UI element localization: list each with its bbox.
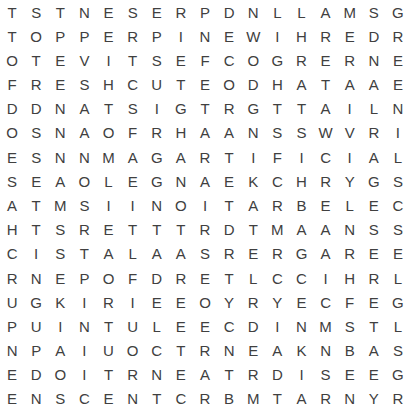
cell-r15c5[interactable]: U <box>96 338 120 362</box>
cell-r4c16[interactable]: A <box>362 73 386 97</box>
cell-r9c8[interactable]: O <box>169 193 193 217</box>
cell-r6c4[interactable]: A <box>72 121 96 145</box>
cell-r15c17[interactable]: S <box>386 338 410 362</box>
cell-r15c16[interactable]: A <box>362 338 386 362</box>
cell-r16c8[interactable]: E <box>169 363 193 387</box>
cell-r17c5[interactable]: E <box>96 387 120 411</box>
cell-r4c14[interactable]: T <box>314 73 338 97</box>
cell-r5c15[interactable]: I <box>338 97 362 121</box>
cell-r14c4[interactable]: N <box>72 314 96 338</box>
cell-r7c17[interactable]: L <box>386 145 410 169</box>
cell-r14c14[interactable]: M <box>314 314 338 338</box>
cell-r13c11[interactable]: R <box>241 290 265 314</box>
cell-r8c17[interactable]: S <box>386 169 410 193</box>
cell-r7c1[interactable]: E <box>0 145 24 169</box>
cell-r14c10[interactable]: C <box>217 314 241 338</box>
cell-r3c6[interactable]: T <box>121 48 145 72</box>
cell-r2c3[interactable]: P <box>48 24 72 48</box>
cell-r2c16[interactable]: D <box>362 24 386 48</box>
cell-r15c4[interactable]: I <box>72 338 96 362</box>
cell-r5c16[interactable]: L <box>362 97 386 121</box>
cell-r14c8[interactable]: E <box>169 314 193 338</box>
cell-r2c1[interactable]: T <box>0 24 24 48</box>
cell-r6c8[interactable]: H <box>169 121 193 145</box>
cell-r1c1[interactable]: T <box>0 0 24 24</box>
cell-r3c14[interactable]: E <box>314 48 338 72</box>
cell-r8c2[interactable]: E <box>24 169 48 193</box>
cell-r2c2[interactable]: O <box>24 24 48 48</box>
cell-r14c5[interactable]: T <box>96 314 120 338</box>
cell-r5c5[interactable]: T <box>96 97 120 121</box>
cell-r10c8[interactable]: T <box>169 218 193 242</box>
cell-r6c11[interactable]: N <box>241 121 265 145</box>
cell-r5c4[interactable]: A <box>72 97 96 121</box>
cell-r8c3[interactable]: A <box>48 169 72 193</box>
cell-r3c9[interactable]: F <box>193 48 217 72</box>
cell-r9c9[interactable]: I <box>193 193 217 217</box>
cell-r6c15[interactable]: V <box>338 121 362 145</box>
cell-r14c7[interactable]: L <box>145 314 169 338</box>
cell-r2c10[interactable]: E <box>217 24 241 48</box>
cell-r11c2[interactable]: I <box>24 242 48 266</box>
cell-r11c4[interactable]: T <box>72 242 96 266</box>
cell-r13c12[interactable]: Y <box>265 290 289 314</box>
cell-r14c3[interactable]: I <box>48 314 72 338</box>
cell-r9c5[interactable]: I <box>96 193 120 217</box>
cell-r6c7[interactable]: R <box>145 121 169 145</box>
cell-r5c12[interactable]: T <box>265 97 289 121</box>
cell-r12c8[interactable]: R <box>169 266 193 290</box>
cell-r4c15[interactable]: A <box>338 73 362 97</box>
cell-r6c13[interactable]: S <box>289 121 313 145</box>
cell-r5c7[interactable]: I <box>145 97 169 121</box>
cell-r6c17[interactable]: I <box>386 121 410 145</box>
cell-r1c14[interactable]: A <box>314 0 338 24</box>
cell-r13c14[interactable]: C <box>314 290 338 314</box>
cell-r12c2[interactable]: N <box>24 266 48 290</box>
cell-r3c13[interactable]: R <box>289 48 313 72</box>
cell-r4c13[interactable]: A <box>289 73 313 97</box>
cell-r3c12[interactable]: G <box>265 48 289 72</box>
cell-r15c3[interactable]: A <box>48 338 72 362</box>
cell-r13c5[interactable]: R <box>96 290 120 314</box>
cell-r11c16[interactable]: E <box>362 242 386 266</box>
cell-r11c7[interactable]: A <box>145 242 169 266</box>
cell-r12c16[interactable]: R <box>362 266 386 290</box>
cell-r7c15[interactable]: I <box>338 145 362 169</box>
cell-r6c2[interactable]: S <box>24 121 48 145</box>
cell-r12c7[interactable]: D <box>145 266 169 290</box>
cell-r5c6[interactable]: S <box>121 97 145 121</box>
cell-r16c13[interactable]: I <box>289 363 313 387</box>
cell-r15c2[interactable]: P <box>24 338 48 362</box>
cell-r17c17[interactable]: R <box>386 387 410 411</box>
cell-r2c9[interactable]: N <box>193 24 217 48</box>
cell-r5c11[interactable]: G <box>241 97 265 121</box>
cell-r16c3[interactable]: O <box>48 363 72 387</box>
cell-r8c11[interactable]: K <box>241 169 265 193</box>
cell-r5c9[interactable]: T <box>193 97 217 121</box>
cell-r3c8[interactable]: E <box>169 48 193 72</box>
cell-r12c6[interactable]: F <box>121 266 145 290</box>
cell-r1c2[interactable]: S <box>24 0 48 24</box>
cell-r12c9[interactable]: E <box>193 266 217 290</box>
cell-r5c1[interactable]: D <box>0 97 24 121</box>
cell-r9c4[interactable]: S <box>72 193 96 217</box>
cell-r12c11[interactable]: L <box>241 266 265 290</box>
cell-r17c12[interactable]: T <box>265 387 289 411</box>
cell-r16c12[interactable]: D <box>265 363 289 387</box>
cell-r9c12[interactable]: R <box>265 193 289 217</box>
cell-r16c2[interactable]: D <box>24 363 48 387</box>
cell-r17c4[interactable]: C <box>72 387 96 411</box>
cell-r17c6[interactable]: N <box>121 387 145 411</box>
cell-r5c14[interactable]: A <box>314 97 338 121</box>
cell-r16c6[interactable]: R <box>121 363 145 387</box>
cell-r10c7[interactable]: T <box>145 218 169 242</box>
cell-r9c7[interactable]: N <box>145 193 169 217</box>
cell-r5c10[interactable]: R <box>217 97 241 121</box>
cell-r12c4[interactable]: P <box>72 266 96 290</box>
cell-r3c10[interactable]: C <box>217 48 241 72</box>
cell-r3c4[interactable]: V <box>72 48 96 72</box>
cell-r7c12[interactable]: F <box>265 145 289 169</box>
cell-r13c16[interactable]: E <box>362 290 386 314</box>
cell-r12c17[interactable]: L <box>386 266 410 290</box>
word-search-grid: TSTNESERPDNLLAMSGTOPPERPINEWIHREDROTEVIT… <box>0 0 410 411</box>
cell-r10c4[interactable]: R <box>72 218 96 242</box>
cell-r12c13[interactable]: C <box>289 266 313 290</box>
cell-r9c10[interactable]: T <box>217 193 241 217</box>
cell-r8c12[interactable]: C <box>265 169 289 193</box>
cell-r13c4[interactable]: I <box>72 290 96 314</box>
cell-r16c9[interactable]: A <box>193 363 217 387</box>
cell-r1c3[interactable]: T <box>48 0 72 24</box>
cell-r16c11[interactable]: R <box>241 363 265 387</box>
cell-r12c5[interactable]: O <box>96 266 120 290</box>
cell-r17c3[interactable]: S <box>48 387 72 411</box>
cell-r14c13[interactable]: N <box>289 314 313 338</box>
cell-r17c9[interactable]: R <box>193 387 217 411</box>
cell-r16c1[interactable]: E <box>0 363 24 387</box>
cell-r16c5[interactable]: T <box>96 363 120 387</box>
cell-r3c7[interactable]: S <box>145 48 169 72</box>
cell-r7c14[interactable]: C <box>314 145 338 169</box>
cell-r9c6[interactable]: I <box>121 193 145 217</box>
cell-r17c10[interactable]: B <box>217 387 241 411</box>
cell-r17c16[interactable]: Y <box>362 387 386 411</box>
cell-r1c4[interactable]: N <box>72 0 96 24</box>
cell-r7c7[interactable]: G <box>145 145 169 169</box>
cell-r17c2[interactable]: N <box>24 387 48 411</box>
cell-r6c12[interactable]: S <box>265 121 289 145</box>
cell-r2c17[interactable]: R <box>386 24 410 48</box>
cell-r16c4[interactable]: I <box>72 363 96 387</box>
cell-r3c5[interactable]: I <box>96 48 120 72</box>
cell-r4c4[interactable]: S <box>72 73 96 97</box>
cell-r8c8[interactable]: N <box>169 169 193 193</box>
cell-r14c9[interactable]: E <box>193 314 217 338</box>
cell-r13c15[interactable]: F <box>338 290 362 314</box>
cell-r16c17[interactable]: G <box>386 363 410 387</box>
cell-r1c7[interactable]: E <box>145 0 169 24</box>
cell-r16c14[interactable]: S <box>314 363 338 387</box>
cell-r3c11[interactable]: O <box>241 48 265 72</box>
cell-r16c16[interactable]: E <box>362 363 386 387</box>
cell-r15c1[interactable]: N <box>0 338 24 362</box>
cell-r6c14[interactable]: W <box>314 121 338 145</box>
cell-r9c15[interactable]: L <box>338 193 362 217</box>
cell-r10c6[interactable]: T <box>121 218 145 242</box>
cell-r15c13[interactable]: K <box>289 338 313 362</box>
cell-r15c9[interactable]: R <box>193 338 217 362</box>
cell-r14c6[interactable]: U <box>121 314 145 338</box>
cell-r16c10[interactable]: T <box>217 363 241 387</box>
cell-r15c12[interactable]: A <box>265 338 289 362</box>
cell-r11c15[interactable]: R <box>338 242 362 266</box>
cell-r11c3[interactable]: S <box>48 242 72 266</box>
cell-r15c6[interactable]: O <box>121 338 145 362</box>
cell-r1c11[interactable]: N <box>241 0 265 24</box>
cell-r7c6[interactable]: A <box>121 145 145 169</box>
cell-r7c2[interactable]: S <box>24 145 48 169</box>
cell-r15c15[interactable]: B <box>338 338 362 362</box>
cell-r2c12[interactable]: I <box>265 24 289 48</box>
cell-r10c9[interactable]: R <box>193 218 217 242</box>
cell-r6c10[interactable]: A <box>217 121 241 145</box>
cell-r4c9[interactable]: E <box>193 73 217 97</box>
cell-r12c3[interactable]: E <box>48 266 72 290</box>
cell-r5c13[interactable]: T <box>289 97 313 121</box>
cell-r2c15[interactable]: E <box>338 24 362 48</box>
cell-r12c1[interactable]: R <box>0 266 24 290</box>
cell-r2c8[interactable]: I <box>169 24 193 48</box>
cell-r4c7[interactable]: U <box>145 73 169 97</box>
cell-r9c17[interactable]: C <box>386 193 410 217</box>
cell-r11c14[interactable]: A <box>314 242 338 266</box>
cell-r8c14[interactable]: R <box>314 169 338 193</box>
cell-r9c3[interactable]: M <box>48 193 72 217</box>
cell-r1c13[interactable]: L <box>289 0 313 24</box>
cell-r14c1[interactable]: P <box>0 314 24 338</box>
cell-r1c17[interactable]: G <box>386 0 410 24</box>
cell-r8c13[interactable]: H <box>289 169 313 193</box>
cell-r3c1[interactable]: O <box>0 48 24 72</box>
cell-r13c6[interactable]: I <box>121 290 145 314</box>
cell-r7c9[interactable]: R <box>193 145 217 169</box>
cell-r1c5[interactable]: E <box>96 0 120 24</box>
cell-r1c15[interactable]: M <box>338 0 362 24</box>
cell-r2c14[interactable]: R <box>314 24 338 48</box>
cell-r13c7[interactable]: E <box>145 290 169 314</box>
cell-r14c11[interactable]: D <box>241 314 265 338</box>
cell-r16c15[interactable]: E <box>338 363 362 387</box>
cell-r1c9[interactable]: P <box>193 0 217 24</box>
cell-r13c9[interactable]: O <box>193 290 217 314</box>
cell-r11c17[interactable]: E <box>386 242 410 266</box>
cell-r2c4[interactable]: P <box>72 24 96 48</box>
cell-r7c11[interactable]: I <box>241 145 265 169</box>
cell-r17c1[interactable]: E <box>0 387 24 411</box>
cell-r10c12[interactable]: M <box>265 218 289 242</box>
cell-r8c16[interactable]: G <box>362 169 386 193</box>
cell-r17c15[interactable]: N <box>338 387 362 411</box>
cell-r4c1[interactable]: F <box>0 73 24 97</box>
cell-r1c8[interactable]: R <box>169 0 193 24</box>
cell-r6c5[interactable]: O <box>96 121 120 145</box>
cell-r8c7[interactable]: G <box>145 169 169 193</box>
cell-r5c2[interactable]: D <box>24 97 48 121</box>
cell-r13c13[interactable]: E <box>289 290 313 314</box>
cell-r11c11[interactable]: E <box>241 242 265 266</box>
cell-r6c9[interactable]: A <box>193 121 217 145</box>
cell-r8c5[interactable]: L <box>96 169 120 193</box>
cell-r7c8[interactable]: A <box>169 145 193 169</box>
cell-r2c6[interactable]: R <box>121 24 145 48</box>
cell-r3c2[interactable]: T <box>24 48 48 72</box>
cell-r17c8[interactable]: C <box>169 387 193 411</box>
cell-r9c1[interactable]: A <box>0 193 24 217</box>
cell-r10c16[interactable]: S <box>362 218 386 242</box>
cell-r4c11[interactable]: D <box>241 73 265 97</box>
cell-r4c2[interactable]: R <box>24 73 48 97</box>
cell-r10c11[interactable]: T <box>241 218 265 242</box>
cell-r4c10[interactable]: O <box>217 73 241 97</box>
cell-r6c1[interactable]: O <box>0 121 24 145</box>
cell-r4c12[interactable]: H <box>265 73 289 97</box>
cell-r1c6[interactable]: S <box>121 0 145 24</box>
cell-r13c17[interactable]: G <box>386 290 410 314</box>
cell-r13c10[interactable]: Y <box>217 290 241 314</box>
cell-r10c10[interactable]: D <box>217 218 241 242</box>
cell-r1c10[interactable]: D <box>217 0 241 24</box>
cell-r17c11[interactable]: M <box>241 387 265 411</box>
cell-r5c17[interactable]: N <box>386 97 410 121</box>
cell-r14c15[interactable]: S <box>338 314 362 338</box>
cell-r14c16[interactable]: T <box>362 314 386 338</box>
cell-r17c13[interactable]: A <box>289 387 313 411</box>
cell-r11c5[interactable]: A <box>96 242 120 266</box>
cell-r4c3[interactable]: E <box>48 73 72 97</box>
cell-r12c15[interactable]: H <box>338 266 362 290</box>
cell-r13c2[interactable]: G <box>24 290 48 314</box>
cell-r6c16[interactable]: R <box>362 121 386 145</box>
cell-r6c3[interactable]: N <box>48 121 72 145</box>
cell-r4c8[interactable]: T <box>169 73 193 97</box>
cell-r7c13[interactable]: I <box>289 145 313 169</box>
cell-r15c14[interactable]: N <box>314 338 338 362</box>
cell-r11c8[interactable]: A <box>169 242 193 266</box>
cell-r14c2[interactable]: U <box>24 314 48 338</box>
cell-r17c14[interactable]: R <box>314 387 338 411</box>
cell-r4c6[interactable]: C <box>121 73 145 97</box>
cell-r16c7[interactable]: N <box>145 363 169 387</box>
cell-r2c13[interactable]: H <box>289 24 313 48</box>
cell-r10c14[interactable]: A <box>314 218 338 242</box>
cell-r11c13[interactable]: G <box>289 242 313 266</box>
cell-r2c5[interactable]: E <box>96 24 120 48</box>
cell-r8c6[interactable]: E <box>121 169 145 193</box>
cell-r11c9[interactable]: S <box>193 242 217 266</box>
cell-r3c15[interactable]: R <box>338 48 362 72</box>
cell-r10c17[interactable]: S <box>386 218 410 242</box>
cell-r5c3[interactable]: N <box>48 97 72 121</box>
cell-r8c9[interactable]: A <box>193 169 217 193</box>
cell-r6c6[interactable]: F <box>121 121 145 145</box>
cell-r14c12[interactable]: I <box>265 314 289 338</box>
cell-r9c14[interactable]: E <box>314 193 338 217</box>
cell-r15c8[interactable]: T <box>169 338 193 362</box>
cell-r10c15[interactable]: N <box>338 218 362 242</box>
cell-r13c8[interactable]: E <box>169 290 193 314</box>
cell-r1c12[interactable]: L <box>265 0 289 24</box>
cell-r17c7[interactable]: T <box>145 387 169 411</box>
cell-r12c12[interactable]: C <box>265 266 289 290</box>
cell-r15c7[interactable]: C <box>145 338 169 362</box>
cell-r14c17[interactable]: L <box>386 314 410 338</box>
cell-r13c3[interactable]: K <box>48 290 72 314</box>
cell-r7c4[interactable]: N <box>72 145 96 169</box>
cell-r10c5[interactable]: E <box>96 218 120 242</box>
cell-r8c1[interactable]: S <box>0 169 24 193</box>
cell-r9c16[interactable]: E <box>362 193 386 217</box>
cell-r8c10[interactable]: E <box>217 169 241 193</box>
cell-r13c1[interactable]: U <box>0 290 24 314</box>
cell-r3c16[interactable]: N <box>362 48 386 72</box>
cell-r12c10[interactable]: T <box>217 266 241 290</box>
cell-r4c17[interactable]: E <box>386 73 410 97</box>
cell-r8c4[interactable]: O <box>72 169 96 193</box>
cell-r15c11[interactable]: E <box>241 338 265 362</box>
cell-r3c3[interactable]: E <box>48 48 72 72</box>
cell-r15c10[interactable]: N <box>217 338 241 362</box>
cell-r11c1[interactable]: C <box>0 242 24 266</box>
cell-r3c17[interactable]: E <box>386 48 410 72</box>
cell-r2c11[interactable]: W <box>241 24 265 48</box>
cell-r1c16[interactable]: S <box>362 0 386 24</box>
cell-r7c3[interactable]: N <box>48 145 72 169</box>
cell-r7c16[interactable]: A <box>362 145 386 169</box>
cell-r10c2[interactable]: T <box>24 218 48 242</box>
cell-r10c1[interactable]: H <box>0 218 24 242</box>
cell-r5c8[interactable]: G <box>169 97 193 121</box>
cell-r10c13[interactable]: A <box>289 218 313 242</box>
cell-r9c2[interactable]: T <box>24 193 48 217</box>
cell-r11c6[interactable]: L <box>121 242 145 266</box>
cell-r4c5[interactable]: H <box>96 73 120 97</box>
cell-r12c14[interactable]: I <box>314 266 338 290</box>
cell-r9c11[interactable]: A <box>241 193 265 217</box>
cell-r11c10[interactable]: R <box>217 242 241 266</box>
cell-r7c5[interactable]: M <box>96 145 120 169</box>
cell-r10c3[interactable]: S <box>48 218 72 242</box>
cell-r9c13[interactable]: B <box>289 193 313 217</box>
cell-r2c7[interactable]: P <box>145 24 169 48</box>
cell-r11c12[interactable]: R <box>265 242 289 266</box>
cell-r8c15[interactable]: Y <box>338 169 362 193</box>
cell-r7c10[interactable]: T <box>217 145 241 169</box>
